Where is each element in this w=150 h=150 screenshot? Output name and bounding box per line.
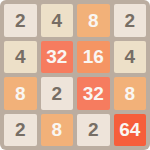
board-2048[interactable]: 2 4 8 2 4 32 16 4 8 2 32 8 2 8 2 64: [0, 0, 150, 150]
tile-r4c1: 2: [4, 114, 37, 147]
tile-r4c3: 2: [77, 114, 110, 147]
tile-r3c1: 8: [4, 77, 37, 110]
tile-r1c4: 2: [114, 4, 147, 37]
tile-r1c3: 8: [77, 4, 110, 37]
tile-r2c4: 4: [114, 41, 147, 74]
tile-r2c1: 4: [4, 41, 37, 74]
tile-r2c3: 16: [77, 41, 110, 74]
tile-r2c2: 32: [41, 41, 74, 74]
tile-r3c3: 32: [77, 77, 110, 110]
tile-r3c2: 2: [41, 77, 74, 110]
tile-r1c1: 2: [4, 4, 37, 37]
tile-r1c2: 4: [41, 4, 74, 37]
tile-r3c4: 8: [114, 77, 147, 110]
tile-r4c4: 64: [114, 114, 147, 147]
tile-r4c2: 8: [41, 114, 74, 147]
